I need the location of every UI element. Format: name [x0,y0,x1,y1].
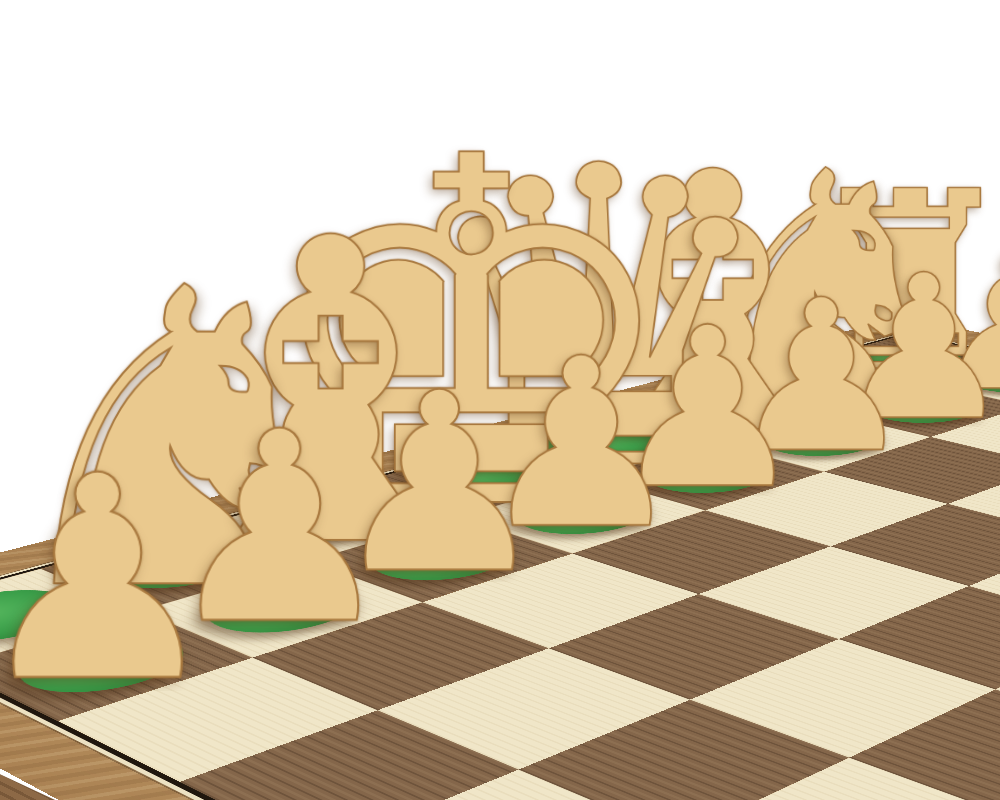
square-b5 [519,700,850,800]
piece-white-pawn-a2: ♟ [0,522,237,800]
chess-set-photo: ♜♞♝♚♛♝♞♜♟♟♟♟♟♟♟♟ [0,0,1000,800]
chess-board: ♜♞♝♚♛♝♞♜♟♟♟♟♟♟♟♟ [0,317,1000,800]
board-grid: ♜♞♝♚♛♝♞♜♟♟♟♟♟♟♟♟ [0,333,1000,800]
board-frame: ♜♞♝♚♛♝♞♜♟♟♟♟♟♟♟♟ [0,317,1000,800]
